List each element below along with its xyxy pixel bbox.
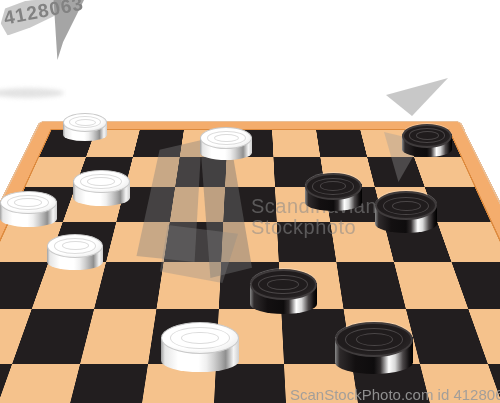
checker-white	[200, 127, 252, 160]
checker-top	[402, 124, 452, 148]
checker-white	[73, 170, 130, 206]
checker-top	[335, 322, 413, 357]
checker-black	[335, 322, 413, 374]
checker-ring	[14, 198, 42, 207]
checker-black	[250, 269, 317, 314]
checker-ring	[267, 279, 299, 290]
checker-top	[250, 269, 317, 300]
checker-top	[0, 191, 57, 215]
checker-black	[305, 173, 362, 211]
checker-black	[402, 124, 452, 158]
checker-white	[63, 113, 107, 141]
checker-ring	[214, 134, 239, 142]
checker-white	[47, 234, 103, 270]
checker-top	[200, 127, 252, 149]
checker-white	[161, 322, 239, 372]
checker-ring	[392, 201, 421, 211]
checker-ring	[87, 177, 115, 186]
checker-ring	[356, 333, 393, 346]
checker-ring	[416, 131, 439, 139]
checker-white	[0, 191, 57, 227]
checker-top	[63, 113, 107, 132]
pieces-layer	[0, 0, 500, 403]
checker-top	[305, 173, 362, 200]
checker-top	[161, 322, 239, 354]
checker-top	[47, 234, 103, 257]
checker-top	[73, 170, 130, 194]
checker-black	[375, 191, 437, 233]
stock-photo-canvas: 4128063 Scandinavian Stockphoto ScanStoc…	[0, 0, 500, 403]
checker-ring	[75, 119, 96, 126]
